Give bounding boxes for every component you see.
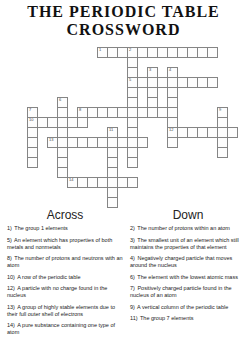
clue-item: 7) Positively charged particle found in … bbox=[130, 285, 246, 299]
clue-number: 13) bbox=[7, 304, 15, 310]
clue-item: 3) The smallest unit of an element which… bbox=[130, 237, 246, 251]
cell-number: 9 bbox=[219, 108, 221, 113]
clue-number: 11) bbox=[130, 315, 138, 321]
cell-number: 10 bbox=[29, 118, 33, 123]
clue-text: A pure substance containing one type of … bbox=[7, 322, 115, 335]
down-clue-list: 2) The number of protons within an atom3… bbox=[130, 225, 246, 322]
clue-number: 5) bbox=[7, 237, 12, 243]
cell-number: 2 bbox=[129, 48, 131, 53]
page-title: THE PERIODIC TABLE CROSSWORD bbox=[0, 3, 247, 39]
crossword-cell[interactable] bbox=[227, 127, 238, 138]
cell-number: 13 bbox=[49, 138, 53, 143]
crossword-grid: 1234567891011121314 bbox=[27, 47, 239, 209]
clue-number: 6) bbox=[130, 274, 135, 280]
clue-item: 9) A vertical column of the periodic tab… bbox=[130, 304, 246, 311]
clue-text: The smallest unit of an element which st… bbox=[130, 237, 239, 250]
across-heading: Across bbox=[7, 209, 123, 222]
down-clue-column: Down 2) The number of protons within an … bbox=[130, 209, 246, 341]
cell-number: 4 bbox=[169, 68, 171, 73]
clue-text: The number of protons and neutrons with … bbox=[7, 255, 123, 268]
crossword-cell[interactable] bbox=[217, 147, 228, 158]
clue-text: An element which has properties of both … bbox=[7, 237, 112, 250]
crossword-cell[interactable] bbox=[167, 137, 178, 148]
clue-number: 3) bbox=[130, 237, 135, 243]
down-heading: Down bbox=[130, 209, 246, 222]
clue-item: 14) A pure substance containing one type… bbox=[7, 322, 123, 336]
cell-number: 7 bbox=[29, 108, 31, 113]
crossword-cell[interactable] bbox=[127, 177, 138, 188]
clue-text: The element with the lowest atomic mass bbox=[136, 274, 238, 280]
cell-number: 5 bbox=[129, 78, 131, 83]
clue-text: Negatively charged particle that moves a… bbox=[130, 255, 232, 268]
clue-item: 10) A row of the periodic table bbox=[7, 274, 123, 281]
clue-number: 4) bbox=[130, 255, 135, 261]
clue-number: 1) bbox=[7, 225, 12, 231]
cell-number: 11 bbox=[109, 128, 113, 133]
across-clue-column: Across 1) The group 1 elements5) An elem… bbox=[7, 209, 123, 341]
clue-text: Positively charged particle found in the… bbox=[130, 285, 232, 298]
clue-item: 4) Negatively charged particle that move… bbox=[130, 255, 246, 269]
clue-item: 6) The element with the lowest atomic ma… bbox=[130, 274, 246, 281]
clue-number: 2) bbox=[130, 225, 135, 231]
clue-number: 9) bbox=[130, 304, 135, 310]
crossword-cell[interactable] bbox=[207, 77, 218, 88]
clue-item: 13) A group of highly stable elements du… bbox=[7, 304, 123, 318]
cell-number: 14 bbox=[69, 178, 73, 183]
clue-number: 7) bbox=[130, 285, 135, 291]
clue-item: 1) The group 1 elements bbox=[7, 225, 123, 232]
clue-item: 11) The group 7 elements bbox=[130, 315, 246, 322]
crossword-cell[interactable] bbox=[127, 157, 138, 168]
clue-number: 14) bbox=[7, 322, 15, 328]
clue-text: The group 7 elements bbox=[139, 315, 194, 321]
cell-number: 8 bbox=[79, 108, 81, 113]
clue-text: A group of highly stable elements due to… bbox=[7, 304, 115, 317]
crossword-cell[interactable] bbox=[27, 157, 38, 168]
clue-item: 8) The number of protons and neutrons wi… bbox=[7, 255, 123, 269]
crossword-cell[interactable] bbox=[207, 47, 218, 58]
cell-number: 6 bbox=[59, 98, 61, 103]
across-clue-list: 1) The group 1 elements5) An element whi… bbox=[7, 225, 123, 336]
page-title-line1: THE PERIODIC TABLE bbox=[0, 3, 247, 21]
crossword-cell[interactable] bbox=[107, 197, 118, 208]
clue-item: 5) An element which has properties of bo… bbox=[7, 237, 123, 251]
clue-text: A row of the periodic table bbox=[16, 274, 81, 280]
clue-number: 12) bbox=[7, 285, 15, 291]
crossword-cell[interactable] bbox=[77, 117, 88, 128]
cell-number: 1 bbox=[99, 48, 101, 53]
crossword-cell[interactable] bbox=[137, 137, 148, 148]
cell-number: 12 bbox=[169, 128, 173, 133]
clue-number: 8) bbox=[7, 255, 12, 261]
page-title-line2: CROSSWORD bbox=[0, 21, 247, 39]
clue-text: The number of protons within an atom bbox=[136, 225, 230, 231]
clue-section: Across 1) The group 1 elements5) An elem… bbox=[0, 209, 247, 341]
cell-number: 3 bbox=[149, 68, 151, 73]
clue-text: The group 1 elements bbox=[13, 225, 68, 231]
clue-text: A vertical column of the periodic table bbox=[136, 304, 228, 310]
clue-item: 2) The number of protons within an atom bbox=[130, 225, 246, 232]
clue-text: A particle with no charge found in the n… bbox=[7, 285, 107, 298]
clue-number: 10) bbox=[7, 274, 15, 280]
clue-item: 12) A particle with no charge found in t… bbox=[7, 285, 123, 299]
